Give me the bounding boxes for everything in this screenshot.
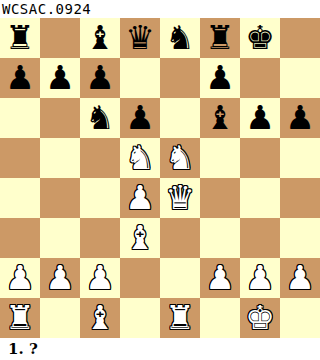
piece-black-rook[interactable]: ♜: [5, 18, 35, 58]
square-a1[interactable]: ♜: [0, 298, 40, 338]
square-b2[interactable]: ♟: [40, 258, 80, 298]
square-f5[interactable]: [200, 138, 240, 178]
square-g3[interactable]: [240, 218, 280, 258]
square-g8[interactable]: ♚: [240, 18, 280, 58]
piece-black-pawn[interactable]: ♟: [5, 58, 35, 98]
square-h4[interactable]: [280, 178, 320, 218]
status-bar: 1. ?: [0, 338, 320, 360]
square-a7[interactable]: ♟: [0, 58, 40, 98]
piece-white-pawn[interactable]: ♟: [5, 258, 35, 298]
square-h8[interactable]: [280, 18, 320, 58]
square-e7[interactable]: [160, 58, 200, 98]
move-prompt: 1. ?: [0, 338, 38, 360]
chess-board: ♜♝♛♞♜♚♟♟♟♟♞♟♝♟♟♞♞♟♛♝♟♟♟♟♟♟♜♝♜♚: [0, 18, 320, 338]
piece-white-pawn[interactable]: ♟: [45, 258, 75, 298]
square-d7[interactable]: [120, 58, 160, 98]
piece-white-queen[interactable]: ♛: [165, 178, 195, 218]
piece-white-pawn[interactable]: ♟: [85, 258, 115, 298]
square-c8[interactable]: ♝: [80, 18, 120, 58]
piece-black-pawn[interactable]: ♟: [285, 98, 315, 138]
square-c5[interactable]: [80, 138, 120, 178]
square-a8[interactable]: ♜: [0, 18, 40, 58]
square-f4[interactable]: [200, 178, 240, 218]
piece-white-pawn[interactable]: ♟: [285, 258, 315, 298]
square-b5[interactable]: [40, 138, 80, 178]
square-c6[interactable]: ♞: [80, 98, 120, 138]
square-g7[interactable]: [240, 58, 280, 98]
piece-black-bishop[interactable]: ♝: [205, 98, 235, 138]
square-c4[interactable]: [80, 178, 120, 218]
square-e4[interactable]: ♛: [160, 178, 200, 218]
piece-white-rook[interactable]: ♜: [5, 298, 35, 338]
square-f2[interactable]: ♟: [200, 258, 240, 298]
title-bar: WCSAC.0924: [0, 0, 320, 18]
square-f7[interactable]: ♟: [200, 58, 240, 98]
piece-black-bishop[interactable]: ♝: [85, 18, 115, 58]
piece-white-rook[interactable]: ♜: [165, 298, 195, 338]
piece-black-knight[interactable]: ♞: [165, 18, 195, 58]
square-c3[interactable]: [80, 218, 120, 258]
square-h2[interactable]: ♟: [280, 258, 320, 298]
piece-white-knight[interactable]: ♞: [165, 138, 195, 178]
square-a2[interactable]: ♟: [0, 258, 40, 298]
piece-white-pawn[interactable]: ♟: [245, 258, 275, 298]
square-e3[interactable]: [160, 218, 200, 258]
piece-black-pawn[interactable]: ♟: [125, 98, 155, 138]
square-b3[interactable]: [40, 218, 80, 258]
square-d4[interactable]: ♟: [120, 178, 160, 218]
square-b8[interactable]: [40, 18, 80, 58]
square-a6[interactable]: [0, 98, 40, 138]
square-e2[interactable]: [160, 258, 200, 298]
window-title: WCSAC.0924: [0, 0, 91, 18]
square-c1[interactable]: ♝: [80, 298, 120, 338]
square-b6[interactable]: [40, 98, 80, 138]
piece-black-knight[interactable]: ♞: [85, 98, 115, 138]
square-g4[interactable]: [240, 178, 280, 218]
piece-white-knight[interactable]: ♞: [125, 138, 155, 178]
piece-black-pawn[interactable]: ♟: [245, 98, 275, 138]
piece-black-king[interactable]: ♚: [245, 18, 275, 58]
piece-white-pawn[interactable]: ♟: [205, 258, 235, 298]
square-h6[interactable]: ♟: [280, 98, 320, 138]
square-e6[interactable]: [160, 98, 200, 138]
square-e1[interactable]: ♜: [160, 298, 200, 338]
square-g1[interactable]: ♚: [240, 298, 280, 338]
piece-black-pawn[interactable]: ♟: [85, 58, 115, 98]
piece-black-pawn[interactable]: ♟: [205, 58, 235, 98]
square-g6[interactable]: ♟: [240, 98, 280, 138]
square-e5[interactable]: ♞: [160, 138, 200, 178]
square-b4[interactable]: [40, 178, 80, 218]
piece-white-pawn[interactable]: ♟: [125, 178, 155, 218]
piece-white-bishop[interactable]: ♝: [85, 298, 115, 338]
square-f6[interactable]: ♝: [200, 98, 240, 138]
square-a4[interactable]: [0, 178, 40, 218]
square-d5[interactable]: ♞: [120, 138, 160, 178]
square-f3[interactable]: [200, 218, 240, 258]
square-d2[interactable]: [120, 258, 160, 298]
square-a5[interactable]: [0, 138, 40, 178]
piece-black-pawn[interactable]: ♟: [45, 58, 75, 98]
square-h3[interactable]: [280, 218, 320, 258]
square-d8[interactable]: ♛: [120, 18, 160, 58]
square-h1[interactable]: [280, 298, 320, 338]
square-d3[interactable]: ♝: [120, 218, 160, 258]
square-h5[interactable]: [280, 138, 320, 178]
piece-white-king[interactable]: ♚: [245, 298, 275, 338]
square-a3[interactable]: [0, 218, 40, 258]
square-h7[interactable]: [280, 58, 320, 98]
piece-black-rook[interactable]: ♜: [205, 18, 235, 58]
square-f1[interactable]: [200, 298, 240, 338]
square-d6[interactable]: ♟: [120, 98, 160, 138]
square-g5[interactable]: [240, 138, 280, 178]
square-g2[interactable]: ♟: [240, 258, 280, 298]
square-b7[interactable]: ♟: [40, 58, 80, 98]
square-b1[interactable]: [40, 298, 80, 338]
square-d1[interactable]: [120, 298, 160, 338]
piece-white-bishop[interactable]: ♝: [125, 218, 155, 258]
square-c7[interactable]: ♟: [80, 58, 120, 98]
square-f8[interactable]: ♜: [200, 18, 240, 58]
piece-black-queen[interactable]: ♛: [125, 18, 155, 58]
square-c2[interactable]: ♟: [80, 258, 120, 298]
square-e8[interactable]: ♞: [160, 18, 200, 58]
